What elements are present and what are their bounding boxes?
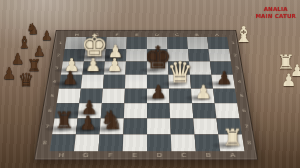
square-e6[interactable] — [124, 103, 147, 118]
white-R-a8[interactable]: ♜ — [220, 127, 244, 150]
square-f8[interactable] — [98, 134, 123, 151]
captured-black-R: ♜ — [27, 58, 41, 74]
square-c8[interactable] — [171, 134, 196, 151]
file-label-near-E: E — [122, 151, 147, 159]
captured-white-P: ♟ — [281, 72, 296, 89]
rank-label-right-4: 4 — [234, 79, 246, 85]
square-d6[interactable] — [147, 103, 170, 118]
white-Q-c4[interactable]: ♛ — [169, 58, 191, 87]
captured-black-P: ♟ — [33, 44, 46, 58]
square-e4[interactable] — [125, 75, 147, 89]
square-b1[interactable] — [187, 37, 208, 49]
channel-watermark: ANALIA MAIN CATUR — [255, 6, 296, 19]
board-frame: HHGGFFEEDDCCBBAA1122334455667788 ♚♛♜♟♟♟♟… — [34, 30, 259, 160]
piece-glyph: ♟ — [150, 83, 167, 101]
captured-black-P: ♟ — [2, 66, 16, 82]
black-R-h7[interactable]: ♜ — [52, 110, 76, 133]
file-label-near-D: D — [147, 151, 172, 159]
square-e8[interactable] — [123, 134, 147, 151]
black-P-a4[interactable]: ♟ — [213, 69, 235, 87]
captured-black-P: ♟ — [41, 29, 53, 42]
square-b7[interactable] — [193, 118, 218, 134]
rank-label-right-5: 5 — [236, 93, 248, 100]
captured-black-Q: ♛ — [18, 71, 34, 89]
rank-label-right-8: 8 — [243, 139, 256, 147]
piece-glyph: ♟ — [62, 69, 78, 87]
black-K-d3[interactable]: ♚ — [147, 42, 168, 73]
square-a1[interactable] — [207, 37, 229, 49]
white-P-g3[interactable]: ♟ — [83, 56, 104, 74]
square-b6[interactable] — [192, 103, 216, 118]
square-c6[interactable] — [170, 103, 194, 118]
black-P-h4[interactable]: ♟ — [59, 69, 81, 87]
rank-label-right-2: 2 — [230, 52, 241, 58]
piece-glyph: ♟ — [195, 83, 212, 101]
square-h8[interactable] — [50, 134, 76, 151]
file-label-near-F: F — [98, 151, 123, 159]
chess-app-screen: HHGGFFEEDDCCBBAA1122334455667788 ♚♛♜♟♟♟♟… — [0, 0, 300, 168]
piece-glyph: ♟ — [216, 69, 232, 87]
piece-glyph: ♟ — [85, 56, 101, 74]
black-P-d5[interactable]: ♟ — [147, 83, 170, 101]
file-label-near-G: G — [73, 151, 98, 159]
piece-glyph: ♟ — [107, 56, 123, 74]
square-g4[interactable] — [81, 75, 104, 89]
file-label-near-A: A — [220, 151, 246, 159]
file-label-near-B: B — [196, 151, 221, 159]
captured-black-N: ♞ — [26, 22, 39, 37]
black-N-f7[interactable]: ♞ — [100, 107, 124, 133]
black-P-g7[interactable]: ♟ — [76, 114, 100, 133]
square-a2[interactable] — [209, 49, 231, 62]
white-P-f3[interactable]: ♟ — [104, 56, 125, 74]
captured-black-P: ♟ — [11, 52, 24, 67]
rank-label-right-6: 6 — [238, 107, 251, 114]
captured-black-B: ♝ — [17, 35, 31, 51]
piece-glyph: ♜ — [54, 110, 74, 133]
square-c5[interactable] — [169, 89, 192, 104]
chess-board-3d: HHGGFFEEDDCCBBAA1122334455667788 ♚♛♜♟♟♟♟… — [34, 30, 259, 160]
piece-glyph: ♛ — [167, 58, 193, 87]
square-b8[interactable] — [195, 134, 221, 151]
rank-label-right-1: 1 — [228, 40, 239, 45]
captured-white-P: ♟ — [290, 63, 300, 79]
white-P-b5[interactable]: ♟ — [192, 83, 215, 101]
piece-glyph: ♜ — [222, 127, 243, 150]
square-a5[interactable] — [213, 89, 237, 104]
square-e7[interactable] — [123, 118, 147, 134]
piece-glyph: ♞ — [100, 107, 123, 133]
square-d7[interactable] — [147, 118, 171, 134]
file-label-near-C: C — [171, 151, 196, 159]
square-f5[interactable] — [102, 89, 125, 104]
file-label-near-H: H — [48, 151, 74, 159]
square-d8[interactable] — [147, 134, 171, 151]
square-a6[interactable] — [215, 103, 240, 118]
square-f4[interactable] — [103, 75, 126, 89]
piece-glyph: ♟ — [79, 114, 96, 133]
watermark-line2: MAIN CATUR — [255, 13, 296, 20]
square-g8[interactable] — [74, 134, 100, 151]
square-c7[interactable] — [170, 118, 194, 134]
square-e5[interactable] — [124, 89, 147, 104]
captured-white-R: ♜ — [277, 52, 295, 72]
